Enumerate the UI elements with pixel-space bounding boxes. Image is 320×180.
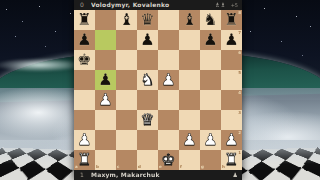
square-f7[interactable] bbox=[179, 30, 200, 50]
rank-label-7: 7 bbox=[238, 31, 241, 35]
black-king-piece: ♚ bbox=[74, 50, 95, 70]
white-queen-piece: ♛ bbox=[137, 110, 158, 130]
white-knight-piece: ♞ bbox=[137, 70, 158, 90]
white-rook-piece: ♜ bbox=[74, 150, 95, 170]
black-queen-piece: ♛ bbox=[137, 10, 158, 30]
square-b6[interactable] bbox=[95, 50, 116, 70]
rank-label-3: 3 bbox=[238, 111, 241, 115]
square-h1[interactable]: ♜1h bbox=[221, 150, 242, 170]
square-b1[interactable]: b bbox=[95, 150, 116, 170]
white-pawn-piece: ♟ bbox=[221, 130, 242, 150]
file-label-h: h bbox=[222, 165, 225, 169]
top-captured-pieces-icons: ♗♗ bbox=[215, 0, 226, 10]
black-pawn-piece: ♟ bbox=[221, 30, 242, 50]
square-f2[interactable]: ♟ bbox=[179, 130, 200, 150]
square-d2[interactable] bbox=[137, 130, 158, 150]
square-g8[interactable]: ♞ bbox=[200, 10, 221, 30]
top-player-bar: 0 Volodymyr, Kovalenko ♗♗ +5 bbox=[74, 0, 242, 10]
square-b4[interactable]: ♟ bbox=[95, 90, 116, 110]
square-c5[interactable] bbox=[116, 70, 137, 90]
square-e5[interactable]: ♟ bbox=[158, 70, 179, 90]
bottom-captured-pieces-icons: ♟ bbox=[233, 170, 238, 180]
rank-label-2: 2 bbox=[238, 131, 241, 135]
white-pawn-piece: ♟ bbox=[74, 130, 95, 150]
rank-label-1: 1 bbox=[238, 151, 241, 155]
stars bbox=[0, 0, 1, 1]
square-f4[interactable] bbox=[179, 90, 200, 110]
square-b2[interactable] bbox=[95, 130, 116, 150]
square-a2[interactable]: ♟ bbox=[74, 130, 95, 150]
square-h6[interactable]: 6 bbox=[221, 50, 242, 70]
square-c2[interactable] bbox=[116, 130, 137, 150]
black-pawn-piece: ♟ bbox=[137, 30, 158, 50]
black-knight-piece: ♞ bbox=[200, 10, 221, 30]
rank-label-4: 4 bbox=[238, 91, 241, 95]
square-h8[interactable]: ♜8 bbox=[221, 10, 242, 30]
square-b3[interactable] bbox=[95, 110, 116, 130]
square-a8[interactable]: ♜ bbox=[74, 10, 95, 30]
square-f3[interactable] bbox=[179, 110, 200, 130]
square-a1[interactable]: ♜a bbox=[74, 150, 95, 170]
square-c6[interactable] bbox=[116, 50, 137, 70]
square-f1[interactable]: f bbox=[179, 150, 200, 170]
chess-app-panel: 0 Volodymyr, Kovalenko ♗♗ +5 ♜♝♛♝♞♜8♟♟♟♟… bbox=[74, 0, 242, 180]
top-material-advantage: +5 bbox=[231, 0, 238, 10]
square-d8[interactable]: ♛ bbox=[137, 10, 158, 30]
square-f5[interactable] bbox=[179, 70, 200, 90]
square-a4[interactable] bbox=[74, 90, 95, 110]
square-c3[interactable] bbox=[116, 110, 137, 130]
square-d6[interactable] bbox=[137, 50, 158, 70]
black-pawn-piece: ♟ bbox=[95, 70, 116, 90]
square-g6[interactable] bbox=[200, 50, 221, 70]
white-king-piece: ♚ bbox=[158, 150, 179, 170]
square-g3[interactable] bbox=[200, 110, 221, 130]
black-rook-piece: ♜ bbox=[74, 10, 95, 30]
square-e4[interactable] bbox=[158, 90, 179, 110]
file-label-g: g bbox=[201, 165, 204, 169]
square-b8[interactable] bbox=[95, 10, 116, 30]
chess-board[interactable]: ♜♝♛♝♞♜8♟♟♟♟7♚6♟♞♟5♟4♛3♟♟♟♟2♜abcd♚efg♜1h bbox=[74, 10, 242, 170]
black-bishop-piece: ♝ bbox=[179, 10, 200, 30]
file-label-e: e bbox=[159, 165, 162, 169]
white-pawn-piece: ♟ bbox=[179, 130, 200, 150]
black-bishop-piece: ♝ bbox=[116, 10, 137, 30]
square-c1[interactable]: c bbox=[116, 150, 137, 170]
square-b7[interactable] bbox=[95, 30, 116, 50]
square-b5[interactable]: ♟ bbox=[95, 70, 116, 90]
square-d5[interactable]: ♞ bbox=[137, 70, 158, 90]
white-pawn-piece: ♟ bbox=[95, 90, 116, 110]
square-e7[interactable] bbox=[158, 30, 179, 50]
square-c8[interactable]: ♝ bbox=[116, 10, 137, 30]
file-label-a: a bbox=[75, 165, 78, 169]
rank-label-5: 5 bbox=[238, 71, 241, 75]
square-c7[interactable] bbox=[116, 30, 137, 50]
square-d1[interactable]: d bbox=[137, 150, 158, 170]
black-pawn-piece: ♟ bbox=[200, 30, 221, 50]
square-f6[interactable] bbox=[179, 50, 200, 70]
square-f8[interactable]: ♝ bbox=[179, 10, 200, 30]
square-e6[interactable] bbox=[158, 50, 179, 70]
square-h2[interactable]: ♟2 bbox=[221, 130, 242, 150]
file-label-d: d bbox=[138, 165, 141, 169]
square-g7[interactable]: ♟ bbox=[200, 30, 221, 50]
white-pawn-piece: ♟ bbox=[158, 70, 179, 90]
square-a6[interactable]: ♚ bbox=[74, 50, 95, 70]
bottom-player-score: 1 bbox=[78, 170, 86, 180]
square-g5[interactable] bbox=[200, 70, 221, 90]
square-e2[interactable] bbox=[158, 130, 179, 150]
square-d4[interactable] bbox=[137, 90, 158, 110]
square-a3[interactable] bbox=[74, 110, 95, 130]
file-label-b: b bbox=[96, 165, 99, 169]
bottom-player-name: Maxym, Makarchuk bbox=[91, 170, 228, 180]
square-h3[interactable]: 3 bbox=[221, 110, 242, 130]
square-e8[interactable] bbox=[158, 10, 179, 30]
square-c4[interactable] bbox=[116, 90, 137, 110]
rank-label-6: 6 bbox=[238, 51, 241, 55]
square-d7[interactable]: ♟ bbox=[137, 30, 158, 50]
square-a7[interactable]: ♟ bbox=[74, 30, 95, 50]
square-h7[interactable]: ♟7 bbox=[221, 30, 242, 50]
black-pawn-piece: ♟ bbox=[74, 30, 95, 50]
top-player-name: Volodymyr, Kovalenko bbox=[91, 0, 210, 10]
square-g1[interactable]: g bbox=[200, 150, 221, 170]
square-a5[interactable] bbox=[74, 70, 95, 90]
rank-label-8: 8 bbox=[238, 11, 241, 15]
square-g2[interactable]: ♟ bbox=[200, 130, 221, 150]
file-label-f: f bbox=[180, 165, 182, 169]
square-h5[interactable]: 5 bbox=[221, 70, 242, 90]
square-d3[interactable]: ♛ bbox=[137, 110, 158, 130]
square-g4[interactable] bbox=[200, 90, 221, 110]
white-pawn-piece: ♟ bbox=[200, 130, 221, 150]
black-rook-piece: ♜ bbox=[221, 10, 242, 30]
bottom-player-bar: 1 Maxym, Makarchuk ♟ bbox=[74, 170, 242, 180]
square-e3[interactable] bbox=[158, 110, 179, 130]
white-rook-piece: ♜ bbox=[221, 150, 242, 170]
square-h4[interactable]: 4 bbox=[221, 90, 242, 110]
top-player-score: 0 bbox=[78, 0, 86, 10]
file-label-c: c bbox=[117, 165, 119, 169]
square-e1[interactable]: ♚e bbox=[158, 150, 179, 170]
